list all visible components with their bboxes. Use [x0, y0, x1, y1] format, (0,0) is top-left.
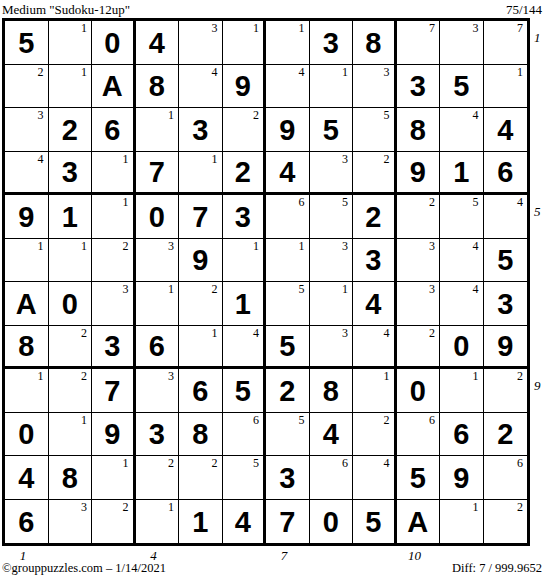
pencil-mark: 1 — [123, 153, 129, 166]
cell-r3c7: 9 — [266, 108, 310, 152]
pencil-mark: 2 — [123, 501, 129, 514]
cell-r7c7[interactable]: 5 — [266, 282, 310, 326]
cell-r1c12[interactable]: 7 — [484, 21, 528, 65]
pencil-mark: 1 — [299, 240, 305, 253]
cell-value: 0 — [18, 420, 34, 449]
cell-value: 9 — [410, 158, 426, 187]
cell-r10c7[interactable]: 5 — [266, 413, 310, 457]
cell-r6c11[interactable]: 4 — [440, 239, 484, 283]
cell-r2c12[interactable]: 1 — [484, 65, 528, 109]
cell-value: 5 — [323, 116, 339, 145]
cell-r7c4[interactable]: 1 — [136, 282, 180, 326]
cell-value: 5 — [365, 508, 381, 537]
pencil-mark: 4 — [384, 457, 390, 470]
pencil-mark: 1 — [81, 414, 87, 427]
cell-value: 3 — [192, 116, 208, 145]
pencil-mark: 1 — [123, 196, 129, 209]
cell-value: 5 — [453, 72, 469, 101]
pencil-mark: 1 — [342, 66, 348, 79]
cell-r12c7: 7 — [266, 500, 310, 544]
cell-r12c6: 4 — [223, 500, 267, 544]
pencil-mark: 6 — [342, 457, 348, 470]
cell-r6c6[interactable]: 1 — [223, 239, 267, 283]
cell-r5c10[interactable]: 2 — [397, 195, 441, 239]
pencil-mark: 1 — [212, 153, 218, 166]
cell-value: 5 — [235, 377, 251, 406]
cell-r2c8[interactable]: 1 — [310, 65, 354, 109]
cell-r8c6[interactable]: 4 — [223, 326, 267, 370]
pencil-mark: 4 — [253, 327, 259, 340]
cell-r8c4: 6 — [136, 326, 180, 370]
cell-r6c9: 3 — [353, 239, 397, 283]
cell-value: 5 — [410, 464, 426, 493]
cell-r3c10: 8 — [397, 108, 441, 152]
cell-r7c8[interactable]: 1 — [310, 282, 354, 326]
cell-r1c6[interactable]: 1 — [223, 21, 267, 65]
cell-r9c8: 8 — [310, 369, 354, 413]
cell-value: 0 — [62, 290, 78, 319]
cell-value: 4 — [497, 116, 513, 145]
cell-value: 3 — [235, 203, 251, 232]
pencil-mark: 1 — [384, 370, 390, 383]
cell-r2c6: 9 — [223, 65, 267, 109]
cell-r12c3[interactable]: 2 — [92, 500, 136, 544]
cell-r9c10: 0 — [397, 369, 441, 413]
cell-r11c3[interactable]: 1 — [92, 456, 136, 500]
cell-r5c2: 1 — [49, 195, 93, 239]
cell-r4c11: 1 — [440, 152, 484, 196]
pencil-mark: 5 — [299, 414, 305, 427]
cell-r9c4[interactable]: 3 — [136, 369, 180, 413]
cell-r12c1: 6 — [5, 500, 49, 544]
cell-r9c9[interactable]: 1 — [353, 369, 397, 413]
page-title: Medium "Sudoku-12up" — [2, 2, 130, 18]
cell-r4c8[interactable]: 3 — [310, 152, 354, 196]
cell-r10c8: 4 — [310, 413, 354, 457]
cell-r6c4[interactable]: 3 — [136, 239, 180, 283]
pencil-mark: 3 — [342, 327, 348, 340]
cell-r8c11: 0 — [440, 326, 484, 370]
cell-value: 6 — [104, 116, 120, 145]
cell-r2c2[interactable]: 1 — [49, 65, 93, 109]
cell-r9c12[interactable]: 2 — [484, 369, 528, 413]
cell-value: 5 — [279, 332, 295, 361]
pencil-mark: 2 — [212, 457, 218, 470]
pencil-mark: 4 — [38, 153, 44, 166]
footer-difficulty: Diff: 7 / 999.9652 — [452, 561, 542, 576]
pencil-mark: 1 — [299, 22, 305, 35]
cell-r7c11[interactable]: 4 — [440, 282, 484, 326]
pencil-mark: 5 — [299, 283, 305, 296]
cell-r1c2[interactable]: 1 — [49, 21, 93, 65]
pencil-mark: 5 — [342, 196, 348, 209]
cell-r3c6[interactable]: 2 — [223, 108, 267, 152]
cell-r4c6: 2 — [223, 152, 267, 196]
cell-r1c4: 4 — [136, 21, 180, 65]
pencil-mark: 3 — [384, 66, 390, 79]
pencil-mark: 2 — [384, 414, 390, 427]
cell-value: 2 — [365, 203, 381, 232]
cell-value: 3 — [365, 246, 381, 275]
cell-r6c8[interactable]: 3 — [310, 239, 354, 283]
cell-r2c7[interactable]: 4 — [266, 65, 310, 109]
cell-r10c5: 8 — [179, 413, 223, 457]
cell-value: 3 — [62, 158, 78, 187]
cell-value: 0 — [149, 203, 165, 232]
cell-r1c7[interactable]: 1 — [266, 21, 310, 65]
col-label-7: 7 — [281, 548, 288, 564]
cell-value: A — [102, 72, 123, 101]
cell-value: 8 — [323, 377, 339, 406]
cell-r7c6: 1 — [223, 282, 267, 326]
cell-r10c1: 0 — [5, 413, 49, 457]
pencil-mark: 1 — [81, 22, 87, 35]
cell-value: 7 — [279, 508, 295, 537]
cell-r6c10[interactable]: 3 — [397, 239, 441, 283]
pencil-mark: 5 — [473, 196, 479, 209]
cell-r2c11: 5 — [440, 65, 484, 109]
cell-r12c12[interactable]: 2 — [484, 500, 528, 544]
pencil-mark: 1 — [123, 457, 129, 470]
cell-r3c9[interactable]: 5 — [353, 108, 397, 152]
pencil-mark: 1 — [253, 240, 259, 253]
cell-value: 4 — [365, 290, 381, 319]
cell-value: 6 — [192, 377, 208, 406]
cell-r5c12[interactable]: 4 — [484, 195, 528, 239]
cell-value: 9 — [192, 246, 208, 275]
pencil-mark: 4 — [384, 327, 390, 340]
pencil-mark: 1 — [38, 370, 44, 383]
cell-value: 7 — [104, 377, 120, 406]
cell-r8c10[interactable]: 2 — [397, 326, 441, 370]
cell-r4c2: 3 — [49, 152, 93, 196]
cell-r10c2[interactable]: 1 — [49, 413, 93, 457]
cell-r4c5[interactable]: 1 — [179, 152, 223, 196]
pencil-mark: 2 — [168, 457, 174, 470]
cell-r11c10: 5 — [397, 456, 441, 500]
cell-r7c2: 0 — [49, 282, 93, 326]
cell-r1c9: 8 — [353, 21, 397, 65]
cell-r11c12[interactable]: 6 — [484, 456, 528, 500]
cell-value: 8 — [62, 464, 78, 493]
pencil-mark: 5 — [384, 109, 390, 122]
pencil-mark: 1 — [342, 283, 348, 296]
cell-r9c3: 7 — [92, 369, 136, 413]
cell-value: 3 — [279, 464, 295, 493]
cell-r5c7[interactable]: 6 — [266, 195, 310, 239]
pencil-mark: 3 — [342, 240, 348, 253]
cell-value: 9 — [453, 464, 469, 493]
pencil-mark: 7 — [517, 22, 523, 35]
cell-value: 3 — [104, 332, 120, 361]
cell-r7c5[interactable]: 2 — [179, 282, 223, 326]
cell-r6c12: 5 — [484, 239, 528, 283]
pencil-mark: 3 — [168, 370, 174, 383]
pencil-mark: 2 — [81, 327, 87, 340]
cell-r8c5[interactable]: 1 — [179, 326, 223, 370]
cell-r6c7[interactable]: 1 — [266, 239, 310, 283]
pencil-mark: 1 — [81, 66, 87, 79]
cell-r8c12: 9 — [484, 326, 528, 370]
cell-value: 1 — [62, 203, 78, 232]
cell-r9c6: 5 — [223, 369, 267, 413]
cell-value: 2 — [62, 116, 78, 145]
pencil-mark: 4 — [473, 240, 479, 253]
cell-value: 8 — [410, 116, 426, 145]
cell-r8c8[interactable]: 3 — [310, 326, 354, 370]
cell-r4c4: 7 — [136, 152, 180, 196]
cell-value: 9 — [18, 203, 34, 232]
cell-value: 8 — [18, 332, 34, 361]
cell-r8c9[interactable]: 4 — [353, 326, 397, 370]
pencil-mark: 6 — [253, 414, 259, 427]
cell-r5c4: 0 — [136, 195, 180, 239]
cell-r4c9[interactable]: 2 — [353, 152, 397, 196]
cell-value: 3 — [323, 29, 339, 58]
pencil-mark: 3 — [342, 153, 348, 166]
cell-r5c3[interactable]: 1 — [92, 195, 136, 239]
cell-r10c11: 6 — [440, 413, 484, 457]
cell-r12c10: A — [397, 500, 441, 544]
cell-r11c2: 8 — [49, 456, 93, 500]
row-label-5: 5 — [534, 204, 541, 220]
pencil-mark: 2 — [81, 370, 87, 383]
pencil-mark: 4 — [212, 66, 218, 79]
cell-value: 0 — [104, 29, 120, 58]
cell-r2c9[interactable]: 3 — [353, 65, 397, 109]
pencil-mark: 1 — [212, 327, 218, 340]
cell-r2c3: A — [92, 65, 136, 109]
cell-value: 1 — [192, 508, 208, 537]
pencil-mark: 4 — [517, 196, 523, 209]
pencil-mark: 2 — [212, 283, 218, 296]
cell-r10c10[interactable]: 6 — [397, 413, 441, 457]
cell-value: 6 — [453, 420, 469, 449]
cell-r6c2[interactable]: 1 — [49, 239, 93, 283]
cell-r11c4[interactable]: 2 — [136, 456, 180, 500]
cell-r10c12: 2 — [484, 413, 528, 457]
cell-value: 0 — [410, 377, 426, 406]
cell-value: 4 — [279, 158, 295, 187]
cell-r3c1[interactable]: 3 — [5, 108, 49, 152]
cell-r12c4[interactable]: 1 — [136, 500, 180, 544]
cell-value: 8 — [365, 29, 381, 58]
cell-r8c1: 8 — [5, 326, 49, 370]
cell-r10c6[interactable]: 6 — [223, 413, 267, 457]
cell-value: 6 — [497, 158, 513, 187]
pencil-mark: 1 — [473, 370, 479, 383]
cell-r1c8: 3 — [310, 21, 354, 65]
cell-r11c11: 9 — [440, 456, 484, 500]
cell-value: 2 — [235, 158, 251, 187]
pencil-mark: 2 — [38, 66, 44, 79]
pencil-mark: 3 — [81, 501, 87, 514]
cell-value: 6 — [149, 332, 165, 361]
cell-value: A — [16, 290, 37, 319]
pencil-mark: 6 — [429, 414, 435, 427]
cell-value: 9 — [104, 420, 120, 449]
cell-r12c8: 0 — [310, 500, 354, 544]
cell-r6c5: 9 — [179, 239, 223, 283]
cell-value: 7 — [192, 203, 208, 232]
sudoku-board: 51043113873721A8494133513261329558444317… — [2, 18, 530, 546]
cell-value: 5 — [18, 29, 34, 58]
cell-r9c5: 6 — [179, 369, 223, 413]
pencil-mark: 4 — [299, 66, 305, 79]
pencil-mark: 3 — [38, 109, 44, 122]
pencil-mark: 3 — [212, 22, 218, 35]
cell-r2c1[interactable]: 2 — [5, 65, 49, 109]
cell-r5c6: 3 — [223, 195, 267, 239]
pencil-mark: 3 — [168, 240, 174, 253]
cell-r3c3: 6 — [92, 108, 136, 152]
cell-r11c6[interactable]: 5 — [223, 456, 267, 500]
cell-value: 1 — [235, 290, 251, 319]
cell-r9c1[interactable]: 1 — [5, 369, 49, 413]
cell-r7c10[interactable]: 3 — [397, 282, 441, 326]
pencil-mark: 2 — [429, 327, 435, 340]
cell-r11c7: 3 — [266, 456, 310, 500]
cell-r1c1: 5 — [5, 21, 49, 65]
cell-r12c5: 1 — [179, 500, 223, 544]
cell-r8c3: 3 — [92, 326, 136, 370]
pencil-mark: 4 — [473, 283, 479, 296]
cell-r5c9: 2 — [353, 195, 397, 239]
cell-r3c8: 5 — [310, 108, 354, 152]
cell-value: 9 — [279, 116, 295, 145]
pencil-mark: 1 — [81, 240, 87, 253]
cell-r5c5: 7 — [179, 195, 223, 239]
cell-r3c2: 2 — [49, 108, 93, 152]
cell-value: 3 — [497, 290, 513, 319]
cell-value: 6 — [18, 508, 34, 537]
pencil-mark: 1 — [473, 501, 479, 514]
cell-r7c3[interactable]: 3 — [92, 282, 136, 326]
cell-r11c5[interactable]: 2 — [179, 456, 223, 500]
pencil-mark: 1 — [168, 283, 174, 296]
cell-value: 7 — [149, 158, 165, 187]
cell-value: 9 — [235, 72, 251, 101]
cell-r4c1[interactable]: 4 — [5, 152, 49, 196]
row-label-1: 1 — [534, 30, 541, 46]
cell-value: 8 — [192, 420, 208, 449]
pencil-mark: 2 — [517, 501, 523, 514]
pencil-mark: 3 — [429, 240, 435, 253]
cell-r3c12: 4 — [484, 108, 528, 152]
cell-value: 4 — [323, 420, 339, 449]
cell-r3c11[interactable]: 4 — [440, 108, 484, 152]
cell-value: 8 — [149, 72, 165, 101]
cell-r10c9[interactable]: 2 — [353, 413, 397, 457]
cell-value: 0 — [323, 508, 339, 537]
cell-r6c3[interactable]: 2 — [92, 239, 136, 283]
cell-value: 1 — [453, 158, 469, 187]
cell-r11c9[interactable]: 4 — [353, 456, 397, 500]
cell-r1c10[interactable]: 7 — [397, 21, 441, 65]
pencil-mark: 2 — [517, 370, 523, 383]
pencil-mark: 1 — [517, 66, 523, 79]
cell-r7c1: A — [5, 282, 49, 326]
cell-value: 3 — [410, 72, 426, 101]
cell-value: 4 — [18, 464, 34, 493]
cell-r12c9: 5 — [353, 500, 397, 544]
cell-r5c1: 9 — [5, 195, 49, 239]
cell-r12c2[interactable]: 3 — [49, 500, 93, 544]
pencil-mark: 7 — [429, 22, 435, 35]
cell-value: 9 — [497, 332, 513, 361]
cell-r12c11[interactable]: 1 — [440, 500, 484, 544]
footer-copyright: ©grouppuzzles.com – 1/14/2021 — [2, 561, 166, 576]
cell-r8c2[interactable]: 2 — [49, 326, 93, 370]
cell-r6c1[interactable]: 1 — [5, 239, 49, 283]
pencil-mark: 1 — [168, 109, 174, 122]
cell-r4c12: 6 — [484, 152, 528, 196]
cell-value: 4 — [149, 29, 165, 58]
cell-r5c8[interactable]: 5 — [310, 195, 354, 239]
cell-r4c10: 9 — [397, 152, 441, 196]
row-label-9: 9 — [534, 378, 541, 394]
progress-counter: 75/144 — [506, 2, 542, 18]
cell-r10c3: 9 — [92, 413, 136, 457]
col-label-10: 10 — [408, 548, 421, 564]
cell-value: 2 — [279, 377, 295, 406]
cell-r5c11[interactable]: 5 — [440, 195, 484, 239]
cell-r3c4[interactable]: 1 — [136, 108, 180, 152]
cell-r9c7: 2 — [266, 369, 310, 413]
cell-r2c4: 8 — [136, 65, 180, 109]
cell-r2c5[interactable]: 4 — [179, 65, 223, 109]
pencil-mark: 2 — [123, 240, 129, 253]
pencil-mark: 6 — [299, 196, 305, 209]
pencil-mark: 3 — [473, 22, 479, 35]
cell-value: 3 — [149, 420, 165, 449]
pencil-mark: 2 — [253, 109, 259, 122]
cell-r1c5[interactable]: 3 — [179, 21, 223, 65]
cell-value: 5 — [497, 246, 513, 275]
pencil-mark: 2 — [429, 196, 435, 209]
cell-value: A — [407, 508, 428, 537]
pencil-mark: 2 — [384, 153, 390, 166]
pencil-mark: 1 — [168, 501, 174, 514]
cell-r4c7: 4 — [266, 152, 310, 196]
cell-r9c2[interactable]: 2 — [49, 369, 93, 413]
cell-value: 0 — [453, 332, 469, 361]
pencil-mark: 6 — [517, 457, 523, 470]
pencil-mark: 3 — [123, 283, 129, 296]
cell-value: 2 — [497, 420, 513, 449]
cell-r2c10: 3 — [397, 65, 441, 109]
cell-r7c9: 4 — [353, 282, 397, 326]
cell-r4c3[interactable]: 1 — [92, 152, 136, 196]
pencil-mark: 4 — [473, 109, 479, 122]
pencil-mark: 1 — [253, 22, 259, 35]
cell-r1c11[interactable]: 3 — [440, 21, 484, 65]
cell-r3c5: 3 — [179, 108, 223, 152]
cell-r11c8[interactable]: 6 — [310, 456, 354, 500]
cell-r10c4: 3 — [136, 413, 180, 457]
pencil-mark: 3 — [429, 283, 435, 296]
cell-r8c7: 5 — [266, 326, 310, 370]
pencil-mark: 5 — [253, 457, 259, 470]
cell-r7c12: 3 — [484, 282, 528, 326]
cell-r1c3: 0 — [92, 21, 136, 65]
cell-value: 4 — [235, 508, 251, 537]
cell-r11c1: 4 — [5, 456, 49, 500]
pencil-mark: 1 — [38, 240, 44, 253]
cell-r9c11[interactable]: 1 — [440, 369, 484, 413]
